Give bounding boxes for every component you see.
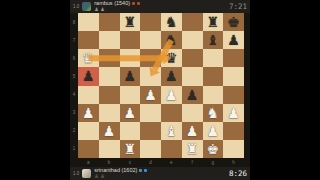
- bottom-flag-icon: [144, 169, 147, 172]
- white-pawn: ♟: [227, 105, 240, 119]
- top-flag-icon: [132, 2, 135, 5]
- square-h8[interactable]: ♚: [223, 13, 244, 31]
- white-pawn: ♟: [103, 123, 116, 137]
- top-avatar[interactable]: [82, 2, 91, 11]
- rank-label-2: 2: [70, 122, 78, 140]
- screenshot-stage: 1.0 rambus (1540) ♟ ♟ 7:21 87654321 ♜♞♜♚…: [0, 0, 320, 180]
- square-f6[interactable]: [182, 49, 203, 67]
- file-label-b: b: [99, 158, 120, 167]
- top-player-bar: 1.0 rambus (1540) ♟ ♟ 7:21: [70, 0, 250, 13]
- square-h5[interactable]: [223, 67, 244, 85]
- white-pawn: ♟: [207, 123, 220, 137]
- square-c7[interactable]: [120, 31, 141, 49]
- rank-label-5: 5: [70, 67, 78, 85]
- black-pawn: ♟: [227, 33, 240, 47]
- square-h6[interactable]: [223, 49, 244, 67]
- black-pawn: ♟: [186, 87, 199, 101]
- square-a1[interactable]: [78, 140, 99, 158]
- white-queen: ♛: [82, 51, 95, 65]
- black-pawn: ♟: [82, 69, 95, 83]
- square-a2[interactable]: [78, 122, 99, 140]
- square-b6[interactable]: [99, 49, 120, 67]
- white-rook: ♜: [124, 141, 137, 155]
- rank-label-7: 7: [70, 31, 78, 49]
- black-pawn: ♟: [165, 69, 178, 83]
- rank-coordinates: 87654321: [70, 13, 78, 158]
- square-f7[interactable]: [182, 31, 203, 49]
- square-d4[interactable]: ♟: [140, 86, 161, 104]
- square-b4[interactable]: [99, 86, 120, 104]
- white-bishop: ♝: [165, 123, 178, 137]
- square-c5[interactable]: ♟: [120, 67, 141, 85]
- square-d6[interactable]: [140, 49, 161, 67]
- square-f8[interactable]: [182, 13, 203, 31]
- board: ♜♞♜♚♞♝♟♛♛♟♟♟♟♟♟♟♟♞♟♟♝♟♟♜♜♚: [78, 13, 244, 158]
- bottom-player-bar: 1.0 srinanthad (1602) ♙ ♙ 8:26: [70, 167, 250, 180]
- square-g2[interactable]: ♟: [203, 122, 224, 140]
- rank-label-6: 6: [70, 49, 78, 67]
- rank-label-3: 3: [70, 104, 78, 122]
- file-label-c: c: [120, 158, 141, 167]
- rank-label-4: 4: [70, 86, 78, 104]
- square-c4[interactable]: [120, 86, 141, 104]
- square-b5[interactable]: [99, 67, 120, 85]
- square-c3[interactable]: ♟: [120, 104, 141, 122]
- square-b3[interactable]: [99, 104, 120, 122]
- bottom-avatar[interactable]: [82, 169, 91, 178]
- black-knight: ♞: [165, 33, 178, 47]
- file-label-a: a: [78, 158, 99, 167]
- bottom-score-badge: 1.0: [73, 171, 79, 176]
- file-label-f: f: [182, 158, 203, 167]
- bottom-player-clock: 8:26: [229, 169, 247, 178]
- square-f1[interactable]: ♜: [182, 140, 203, 158]
- square-c8[interactable]: ♜: [120, 13, 141, 31]
- square-h2[interactable]: [223, 122, 244, 140]
- square-h7[interactable]: ♟: [223, 31, 244, 49]
- square-g8[interactable]: ♜: [203, 13, 224, 31]
- square-e1[interactable]: [161, 140, 182, 158]
- square-d2[interactable]: [140, 122, 161, 140]
- game-column: 1.0 rambus (1540) ♟ ♟ 7:21 87654321 ♜♞♜♚…: [70, 0, 250, 180]
- square-c1[interactable]: ♜: [120, 140, 141, 158]
- square-g6[interactable]: [203, 49, 224, 67]
- rank-label-1: 1: [70, 140, 78, 158]
- square-e2[interactable]: ♝: [161, 122, 182, 140]
- square-c6[interactable]: [120, 49, 141, 67]
- top-captured-pieces: ♟ ♟: [94, 7, 140, 12]
- bottom-player-info: srinanthad (1602) ♙ ♙: [94, 168, 147, 180]
- top-flag-icon: [137, 2, 140, 5]
- top-score-badge: 1.0: [73, 4, 79, 9]
- square-d7[interactable]: [140, 31, 161, 49]
- white-pawn: ♟: [82, 105, 95, 119]
- square-f2[interactable]: ♟: [182, 122, 203, 140]
- white-pawn: ♟: [165, 87, 178, 101]
- black-knight: ♞: [165, 15, 178, 29]
- white-pawn: ♟: [124, 105, 137, 119]
- square-a3[interactable]: ♟: [78, 104, 99, 122]
- square-h4[interactable]: [223, 86, 244, 104]
- file-label-d: d: [140, 158, 161, 167]
- square-h3[interactable]: ♟: [223, 104, 244, 122]
- top-player-clock: 7:21: [229, 2, 247, 11]
- rank-label-8: 8: [70, 13, 78, 31]
- square-e4[interactable]: ♟: [161, 86, 182, 104]
- square-e6[interactable]: ♛: [161, 49, 182, 67]
- square-g7[interactable]: ♝: [203, 31, 224, 49]
- square-f4[interactable]: ♟: [182, 86, 203, 104]
- square-h1[interactable]: [223, 140, 244, 158]
- square-a7[interactable]: [78, 31, 99, 49]
- square-f5[interactable]: [182, 67, 203, 85]
- square-d8[interactable]: [140, 13, 161, 31]
- square-e8[interactable]: ♞: [161, 13, 182, 31]
- top-player-info: rambus (1540) ♟ ♟: [94, 1, 140, 13]
- square-d1[interactable]: [140, 140, 161, 158]
- white-pawn: ♟: [144, 87, 157, 101]
- black-pawn: ♟: [124, 69, 137, 83]
- bottom-flag-icon: [139, 169, 142, 172]
- black-bishop: ♝: [207, 33, 220, 47]
- white-pawn: ♟: [186, 123, 199, 137]
- black-rook: ♜: [124, 15, 137, 29]
- file-coordinates: abcdefgh: [78, 158, 244, 167]
- file-label-e: e: [161, 158, 182, 167]
- white-king: ♚: [207, 141, 220, 155]
- square-b8[interactable]: [99, 13, 120, 31]
- black-rook: ♜: [207, 15, 220, 29]
- square-f3[interactable]: [182, 104, 203, 122]
- square-d5[interactable]: [140, 67, 161, 85]
- square-a6[interactable]: ♛: [78, 49, 99, 67]
- square-a8[interactable]: [78, 13, 99, 31]
- square-c2[interactable]: [120, 122, 141, 140]
- square-a5[interactable]: ♟: [78, 67, 99, 85]
- bottom-captured-pieces: ♙ ♙: [94, 174, 147, 179]
- square-d3[interactable]: [140, 104, 161, 122]
- square-e7[interactable]: ♞: [161, 31, 182, 49]
- file-label-h: h: [223, 158, 244, 167]
- square-b7[interactable]: [99, 31, 120, 49]
- black-queen: ♛: [165, 51, 178, 65]
- square-a4[interactable]: [78, 86, 99, 104]
- square-g1[interactable]: ♚: [203, 140, 224, 158]
- white-rook: ♜: [186, 141, 199, 155]
- white-knight: ♞: [207, 105, 220, 119]
- square-e3[interactable]: [161, 104, 182, 122]
- square-g5[interactable]: [203, 67, 224, 85]
- square-b2[interactable]: ♟: [99, 122, 120, 140]
- square-e5[interactable]: ♟: [161, 67, 182, 85]
- square-g4[interactable]: [203, 86, 224, 104]
- black-king: ♚: [227, 15, 240, 29]
- file-label-g: g: [203, 158, 224, 167]
- square-b1[interactable]: [99, 140, 120, 158]
- square-g3[interactable]: ♞: [203, 104, 224, 122]
- board-wrap: ♜♞♜♚♞♝♟♛♛♟♟♟♟♟♟♟♟♞♟♟♝♟♟♜♜♚: [78, 13, 244, 158]
